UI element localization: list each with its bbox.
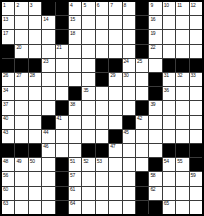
grid-cell[interactable] [42, 45, 54, 58]
clue-number: 7 [110, 3, 112, 8]
clue-number: 24 [124, 59, 129, 64]
black-cell [190, 158, 202, 171]
clue-number: 31 [164, 73, 169, 78]
grid-cell[interactable] [29, 16, 41, 29]
black-cell [29, 144, 41, 157]
black-cell [190, 144, 202, 157]
grid-cell[interactable] [123, 201, 135, 214]
grid-cell[interactable] [109, 158, 121, 171]
grid-cell[interactable] [42, 158, 54, 171]
grid-cell[interactable] [109, 16, 121, 29]
grid-cell[interactable] [190, 201, 202, 214]
grid-cell[interactable]: 36 [163, 87, 175, 100]
grid-cell[interactable] [136, 73, 148, 86]
grid-cell[interactable] [96, 187, 108, 200]
grid-cell[interactable] [149, 130, 161, 143]
grid-cell[interactable]: 14 [42, 16, 54, 29]
grid-cell[interactable]: 65 [163, 201, 175, 214]
clue-number: 13 [3, 17, 8, 22]
clue-number: 65 [164, 201, 169, 206]
grid-cell[interactable]: 23 [42, 59, 54, 72]
clue-number: 30 [124, 73, 129, 78]
grid-cell[interactable] [82, 30, 94, 43]
black-cell [2, 59, 14, 72]
grid-cell[interactable]: 38 [69, 101, 81, 114]
clue-number: 1 [3, 3, 5, 8]
grid-cell[interactable]: 15 [69, 16, 81, 29]
grid-cell[interactable] [109, 45, 121, 58]
grid-cell[interactable] [29, 201, 41, 214]
black-cell [136, 172, 148, 185]
clue-number: 12 [191, 3, 196, 8]
clue-number: 9 [150, 3, 152, 8]
grid-cell[interactable] [136, 144, 148, 157]
grid-cell[interactable]: 58 [149, 172, 161, 185]
black-cell [96, 144, 108, 157]
grid-cell[interactable]: 64 [69, 201, 81, 214]
grid-cell[interactable]: 37 [2, 101, 14, 114]
grid-cell[interactable] [69, 73, 81, 86]
clue-number: 42 [137, 116, 142, 121]
black-cell [56, 201, 68, 214]
grid-cell[interactable] [123, 16, 135, 29]
black-cell [190, 59, 202, 72]
clue-number: 2 [16, 3, 18, 8]
grid-cell[interactable] [109, 172, 121, 185]
grid-cell[interactable]: 3 [29, 2, 41, 15]
grid-cell[interactable] [42, 30, 54, 43]
clue-number: 32 [177, 73, 182, 78]
grid-cell[interactable]: 19 [149, 30, 161, 43]
grid-cell[interactable]: 56 [2, 172, 14, 185]
black-cell [109, 59, 121, 72]
grid-cell[interactable] [163, 30, 175, 43]
grid-cell[interactable] [42, 201, 54, 214]
grid-cell[interactable] [42, 101, 54, 114]
grid-cell[interactable] [42, 172, 54, 185]
grid-cell[interactable] [15, 201, 27, 214]
clue-number: 29 [110, 73, 115, 78]
grid-cell[interactable] [190, 130, 202, 143]
grid-cell[interactable] [96, 87, 108, 100]
grid-cell[interactable] [136, 87, 148, 100]
grid-cell[interactable] [190, 116, 202, 129]
grid-cell[interactable]: 61 [69, 187, 81, 200]
clue-number: 52 [83, 159, 88, 164]
grid-cell[interactable]: 62 [149, 187, 161, 200]
grid-cell[interactable] [69, 144, 81, 157]
grid-cell[interactable] [190, 187, 202, 200]
black-cell [149, 201, 161, 214]
grid-cell[interactable] [123, 158, 135, 171]
grid-cell[interactable]: 44 [42, 130, 54, 143]
grid-cell[interactable] [82, 101, 94, 114]
clue-number: 58 [150, 173, 155, 178]
clue-number: 49 [16, 159, 21, 164]
grid-cell[interactable]: 18 [69, 30, 81, 43]
grid-cell[interactable]: 51 [69, 158, 81, 171]
clue-number: 59 [191, 173, 196, 178]
grid-cell[interactable] [15, 172, 27, 185]
black-cell [136, 45, 148, 58]
grid-cell[interactable]: 54 [163, 158, 175, 171]
grid-cell[interactable] [123, 101, 135, 114]
grid-cell[interactable] [15, 87, 27, 100]
grid-cell[interactable] [56, 144, 68, 157]
grid-cell[interactable] [29, 87, 41, 100]
black-cell [96, 73, 108, 86]
black-cell [2, 144, 14, 157]
grid-cell[interactable] [176, 116, 188, 129]
clue-number: 57 [70, 173, 75, 178]
black-cell [2, 45, 14, 58]
crossword-puzzle: 1234567891011121314151617181920212223242… [0, 0, 204, 216]
clue-number: 37 [3, 102, 8, 107]
clue-number: 64 [70, 201, 75, 206]
grid-cell[interactable] [123, 30, 135, 43]
grid-cell[interactable] [96, 130, 108, 143]
black-cell [136, 30, 148, 43]
grid-cell[interactable]: 50 [29, 158, 41, 171]
grid-cell[interactable] [176, 130, 188, 143]
grid-cell[interactable]: 55 [176, 158, 188, 171]
grid-cell[interactable]: 6 [96, 2, 108, 15]
grid-cell[interactable] [123, 144, 135, 157]
grid-cell[interactable]: 43 [2, 130, 14, 143]
crossword-grid: 1234567891011121314151617181920212223242… [0, 0, 204, 216]
clue-number: 15 [70, 17, 75, 22]
grid-cell[interactable] [15, 130, 27, 143]
grid-cell[interactable]: 57 [69, 172, 81, 185]
clue-number: 34 [3, 88, 8, 93]
grid-cell[interactable]: 59 [190, 172, 202, 185]
grid-cell[interactable]: 11 [176, 2, 188, 15]
clue-number: 26 [3, 73, 8, 78]
clue-number: 48 [3, 159, 8, 164]
grid-cell[interactable]: 20 [15, 45, 27, 58]
black-cell [42, 2, 54, 15]
grid-cell[interactable]: 41 [56, 116, 68, 129]
grid-cell[interactable] [82, 73, 94, 86]
grid-cell[interactable] [96, 16, 108, 29]
clue-number: 43 [3, 130, 8, 135]
grid-cell[interactable] [82, 16, 94, 29]
clue-number: 40 [3, 116, 8, 121]
black-cell [136, 101, 148, 114]
grid-cell[interactable] [29, 101, 41, 114]
grid-cell[interactable] [123, 187, 135, 200]
grid-cell[interactable]: 32 [176, 73, 188, 86]
black-cell [56, 2, 68, 15]
grid-cell[interactable]: 8 [123, 2, 135, 15]
grid-cell[interactable] [56, 130, 68, 143]
grid-cell[interactable]: 5 [82, 2, 94, 15]
grid-cell[interactable] [163, 187, 175, 200]
clue-number: 61 [70, 187, 75, 192]
grid-cell[interactable] [123, 87, 135, 100]
clue-number: 22 [150, 45, 155, 50]
grid-cell[interactable] [109, 87, 121, 100]
grid-cell[interactable] [176, 101, 188, 114]
grid-cell[interactable] [69, 45, 81, 58]
clue-number: 36 [164, 88, 169, 93]
black-cell [56, 30, 68, 43]
grid-cell[interactable] [163, 101, 175, 114]
grid-cell[interactable] [56, 59, 68, 72]
clue-number: 25 [137, 59, 142, 64]
grid-cell[interactable]: 46 [42, 144, 54, 157]
clue-number: 23 [43, 59, 48, 64]
grid-cell[interactable]: 2 [15, 2, 27, 15]
clue-number: 39 [150, 102, 155, 107]
clue-number: 27 [16, 73, 21, 78]
grid-cell[interactable]: 17 [2, 30, 14, 43]
grid-cell[interactable] [82, 187, 94, 200]
clue-number: 41 [57, 116, 62, 121]
grid-cell[interactable] [29, 130, 41, 143]
clue-number: 53 [97, 159, 102, 164]
grid-cell[interactable] [15, 16, 27, 29]
clue-number: 4 [70, 3, 72, 8]
grid-cell[interactable] [190, 87, 202, 100]
grid-cell[interactable] [69, 116, 81, 129]
grid-cell[interactable] [29, 45, 41, 58]
grid-cell[interactable] [82, 45, 94, 58]
grid-cell[interactable] [69, 59, 81, 72]
clue-number: 17 [3, 31, 8, 36]
grid-cell[interactable] [29, 172, 41, 185]
grid-cell[interactable]: 39 [149, 101, 161, 114]
clue-number: 38 [70, 102, 75, 107]
black-cell [136, 187, 148, 200]
black-cell [123, 116, 135, 129]
grid-cell[interactable] [42, 87, 54, 100]
grid-cell[interactable]: 34 [2, 87, 14, 100]
grid-cell[interactable] [123, 172, 135, 185]
black-cell [56, 158, 68, 171]
grid-cell[interactable] [82, 201, 94, 214]
grid-cell[interactable] [69, 130, 81, 143]
grid-cell[interactable] [190, 30, 202, 43]
clue-number: 55 [177, 159, 182, 164]
grid-cell[interactable] [15, 116, 27, 129]
grid-cell[interactable]: 7 [109, 2, 121, 15]
clue-number: 45 [124, 130, 129, 135]
grid-cell[interactable] [109, 101, 121, 114]
clue-number: 44 [43, 130, 48, 135]
grid-cell[interactable] [82, 116, 94, 129]
clue-number: 11 [177, 3, 182, 8]
grid-cell[interactable] [96, 45, 108, 58]
grid-cell[interactable] [56, 73, 68, 86]
grid-cell[interactable]: 40 [2, 116, 14, 129]
black-cell [69, 87, 81, 100]
clue-number: 14 [43, 17, 48, 22]
grid-cell[interactable] [56, 87, 68, 100]
grid-cell[interactable] [96, 116, 108, 129]
grid-cell[interactable] [42, 73, 54, 86]
grid-cell[interactable]: 29 [109, 73, 121, 86]
black-cell [15, 144, 27, 157]
grid-cell[interactable] [190, 16, 202, 29]
black-cell [163, 144, 175, 157]
grid-cell[interactable] [96, 201, 108, 214]
grid-cell[interactable]: 9 [149, 2, 161, 15]
grid-cell[interactable] [109, 201, 121, 214]
grid-cell[interactable] [15, 101, 27, 114]
clue-number: 62 [150, 187, 155, 192]
black-cell [56, 16, 68, 29]
clue-number: 54 [164, 159, 169, 164]
black-cell [149, 73, 161, 86]
grid-cell[interactable]: 25 [136, 59, 148, 72]
black-cell [163, 59, 175, 72]
grid-cell[interactable] [176, 187, 188, 200]
grid-cell[interactable]: 21 [56, 45, 68, 58]
grid-cell[interactable]: 10 [163, 2, 175, 15]
grid-cell[interactable] [29, 30, 41, 43]
black-cell [149, 87, 161, 100]
grid-cell[interactable]: 52 [82, 158, 94, 171]
clue-number: 56 [3, 173, 8, 178]
black-cell [15, 59, 27, 72]
grid-cell[interactable]: 4 [69, 2, 81, 15]
clue-number: 28 [30, 73, 35, 78]
grid-cell[interactable]: 1 [2, 2, 14, 15]
clue-number: 51 [70, 159, 75, 164]
grid-cell[interactable] [109, 116, 121, 129]
clue-number: 18 [70, 31, 75, 36]
clue-number: 50 [30, 159, 35, 164]
clue-number: 35 [83, 88, 88, 93]
grid-cell[interactable] [190, 45, 202, 58]
grid-cell[interactable] [123, 45, 135, 58]
clue-number: 46 [43, 144, 48, 149]
grid-cell[interactable]: 12 [190, 2, 202, 15]
grid-cell[interactable] [176, 45, 188, 58]
grid-cell[interactable]: 35 [82, 87, 94, 100]
black-cell [109, 130, 121, 143]
clue-number: 47 [110, 144, 115, 149]
grid-cell[interactable] [136, 158, 148, 171]
grid-cell[interactable] [176, 16, 188, 29]
grid-cell[interactable] [163, 130, 175, 143]
clue-number: 3 [30, 3, 32, 8]
grid-cell[interactable]: 13 [2, 16, 14, 29]
grid-cell[interactable] [109, 30, 121, 43]
grid-cell[interactable]: 28 [29, 73, 41, 86]
grid-cell[interactable] [176, 201, 188, 214]
grid-cell[interactable]: 53 [96, 158, 108, 171]
grid-cell[interactable] [163, 16, 175, 29]
black-cell [29, 59, 41, 72]
grid-cell[interactable] [176, 87, 188, 100]
black-cell [96, 59, 108, 72]
grid-cell[interactable] [42, 187, 54, 200]
black-cell [136, 2, 148, 15]
grid-cell[interactable]: 30 [123, 73, 135, 86]
black-cell [56, 101, 68, 114]
clue-number: 60 [3, 187, 8, 192]
grid-cell[interactable] [29, 116, 41, 129]
clue-number: 6 [97, 3, 99, 8]
clue-number: 8 [124, 3, 126, 8]
grid-cell[interactable]: 33 [190, 73, 202, 86]
grid-cell[interactable] [149, 116, 161, 129]
grid-cell[interactable] [96, 172, 108, 185]
grid-cell[interactable] [96, 101, 108, 114]
grid-cell[interactable] [15, 187, 27, 200]
grid-cell[interactable]: 27 [15, 73, 27, 86]
clue-number: 21 [57, 45, 62, 50]
grid-cell[interactable] [149, 144, 161, 157]
grid-cell[interactable] [82, 172, 94, 185]
grid-cell[interactable] [190, 101, 202, 114]
grid-cell[interactable] [176, 172, 188, 185]
black-cell [136, 16, 148, 29]
grid-cell[interactable]: 47 [109, 144, 121, 157]
grid-cell[interactable] [15, 30, 27, 43]
grid-cell[interactable] [176, 30, 188, 43]
grid-cell[interactable]: 16 [149, 16, 161, 29]
grid-cell[interactable]: 26 [2, 73, 14, 86]
black-cell [56, 172, 68, 185]
grid-cell[interactable]: 48 [2, 158, 14, 171]
black-cell [56, 187, 68, 200]
grid-cell[interactable] [163, 172, 175, 185]
grid-cell[interactable]: 22 [149, 45, 161, 58]
grid-cell[interactable] [163, 116, 175, 129]
clue-number: 5 [83, 3, 85, 8]
clue-number: 10 [164, 3, 169, 8]
black-cell [136, 201, 148, 214]
black-cell [176, 59, 188, 72]
black-cell [176, 144, 188, 157]
grid-cell[interactable] [82, 130, 94, 143]
grid-cell[interactable]: 60 [2, 187, 14, 200]
black-cell [149, 158, 161, 171]
grid-cell[interactable]: 24 [123, 59, 135, 72]
grid-cell[interactable] [96, 30, 108, 43]
clue-number: 19 [150, 31, 155, 36]
grid-cell[interactable] [29, 187, 41, 200]
grid-cell[interactable]: 45 [123, 130, 135, 143]
grid-cell[interactable] [82, 59, 94, 72]
clue-number: 33 [191, 73, 196, 78]
grid-cell[interactable] [163, 45, 175, 58]
grid-cell[interactable]: 31 [163, 73, 175, 86]
black-cell [82, 144, 94, 157]
black-cell [42, 116, 54, 129]
clue-number: 20 [16, 45, 21, 50]
grid-cell[interactable] [149, 59, 161, 72]
grid-cell[interactable] [109, 187, 121, 200]
grid-cell[interactable]: 42 [136, 116, 148, 129]
grid-cell[interactable] [136, 130, 148, 143]
grid-cell[interactable]: 49 [15, 158, 27, 171]
grid-cell[interactable]: 63 [2, 201, 14, 214]
clue-number: 16 [150, 17, 155, 22]
clue-number: 63 [3, 201, 8, 206]
